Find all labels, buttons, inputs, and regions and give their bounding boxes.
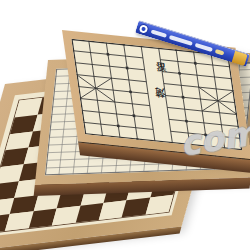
product-photo: 汉界 楚河 com [0,0,250,250]
label-text-mark [215,49,225,55]
label-text-mark [195,43,213,52]
label-text-mark [151,29,167,38]
label-logo-icon [137,23,149,35]
label-text-mark [169,35,193,46]
checker-square [145,195,173,214]
